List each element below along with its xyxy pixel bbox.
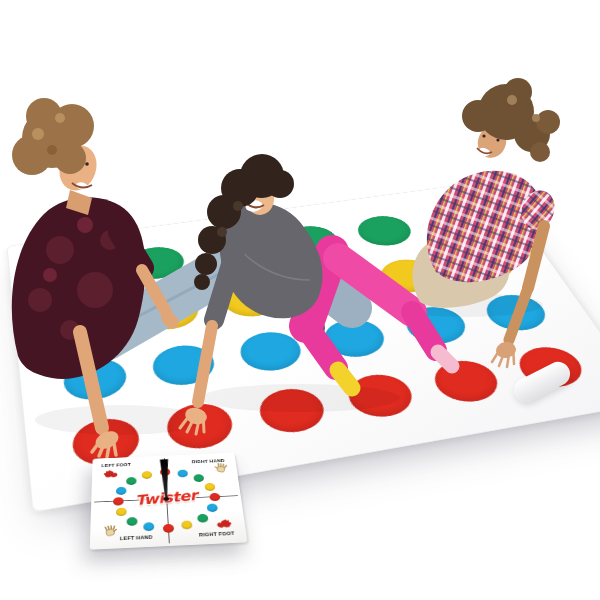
- mat-dot-yellow-3[interactable]: [218, 279, 286, 321]
- spinner-dot-green: [127, 517, 138, 526]
- spinner-dot-green: [127, 477, 137, 485]
- mat-dot-green-4[interactable]: [279, 223, 344, 259]
- mat-dot-red-2[interactable]: [163, 399, 238, 453]
- mat-dot-yellow-6[interactable]: [450, 245, 521, 283]
- quadrant-label-left-hand: LEFT HAND: [120, 534, 153, 541]
- mat-dot-yellow-2[interactable]: [137, 290, 203, 333]
- mat-dot-blue-4[interactable]: [318, 316, 391, 361]
- mat-dot-yellow-5[interactable]: [375, 256, 445, 295]
- spinner-dot-blue: [177, 469, 188, 477]
- right-hand-icon: [213, 462, 229, 475]
- left-hand-icon: [101, 524, 119, 539]
- mat-dot-blue-1[interactable]: [61, 355, 130, 404]
- mat-dot-green-5[interactable]: [352, 213, 418, 249]
- mat-dot-green-6[interactable]: [424, 203, 491, 238]
- mat-dot-green-1[interactable]: [47, 255, 108, 294]
- mat-dot-blue-3[interactable]: [235, 329, 307, 375]
- mat-dot-blue-6[interactable]: [478, 292, 554, 335]
- spinner-dot-blue: [143, 522, 154, 531]
- quadrant-label-right-foot: RIGHT FOOT: [199, 531, 235, 538]
- mat-dot-red-4[interactable]: [342, 370, 420, 421]
- mat-dot-red-3[interactable]: [254, 385, 331, 437]
- spinner-dot-blue: [206, 504, 217, 513]
- twister-scene: LEFT FOOT RIGHT HAND LEFT HAND RIGHT FOO…: [0, 0, 600, 600]
- mat-dot-yellow-4[interactable]: [298, 267, 367, 307]
- left-foot-icon: [101, 467, 120, 482]
- mat-dot-green-2[interactable]: [126, 244, 188, 282]
- spinner-dot-yellow: [142, 471, 152, 479]
- spinner-dot-red: [162, 524, 173, 533]
- spinner-dot-green: [193, 474, 204, 482]
- spinner-dot-yellow: [181, 521, 192, 530]
- mat-dot-blue-5[interactable]: [399, 304, 474, 348]
- spinner-board[interactable]: LEFT FOOT RIGHT HAND LEFT HAND RIGHT FOO…: [90, 453, 248, 550]
- spinner-dot-green: [197, 514, 208, 523]
- mat-dot-green-3[interactable]: [203, 233, 267, 270]
- mat-dot-blue-2[interactable]: [149, 342, 219, 390]
- quadrant-label-left-foot: LEFT FOOT: [101, 462, 131, 468]
- mat-dot-red-5[interactable]: [427, 357, 507, 406]
- mat-dot-yellow-1[interactable]: [54, 302, 119, 346]
